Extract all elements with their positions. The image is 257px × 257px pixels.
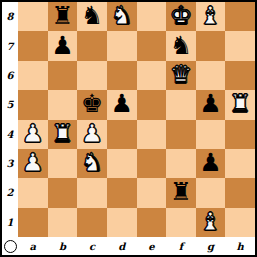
square-d3[interactable]	[107, 149, 137, 178]
rank-label-5: 5	[2, 90, 18, 119]
square-g2[interactable]	[196, 178, 226, 207]
white-knight-c3: ♞	[81, 150, 103, 175]
square-f4[interactable]	[166, 120, 196, 149]
square-e3[interactable]	[137, 149, 167, 178]
square-g4[interactable]	[196, 120, 226, 149]
file-label-e: e	[137, 237, 167, 255]
rank-label-8: 8	[2, 2, 18, 31]
black-pawn-g5: ♟	[199, 91, 221, 116]
file-label-h: h	[225, 237, 255, 255]
square-c1[interactable]	[77, 208, 107, 237]
square-c4[interactable]: ♟	[77, 120, 107, 149]
square-h4[interactable]	[225, 120, 255, 149]
square-c5[interactable]: ♚	[77, 90, 107, 119]
square-a6[interactable]	[18, 61, 48, 90]
square-h8[interactable]	[225, 2, 255, 31]
white-knight-d8: ♞	[110, 3, 132, 28]
square-f6[interactable]: ♛	[166, 61, 196, 90]
white-pawn-c4: ♟	[81, 121, 103, 146]
rank-label-1: 1	[2, 208, 18, 237]
square-a7[interactable]	[18, 31, 48, 60]
square-e2[interactable]	[137, 178, 167, 207]
square-a8[interactable]	[18, 2, 48, 31]
square-a3[interactable]: ♟	[18, 149, 48, 178]
square-c7[interactable]	[77, 31, 107, 60]
white-to-move-indicator-icon	[4, 240, 17, 253]
square-g1[interactable]: ♝	[196, 208, 226, 237]
black-rook-b8: ♜	[51, 3, 73, 28]
square-g8[interactable]: ♝	[196, 2, 226, 31]
square-c8[interactable]: ♞	[77, 2, 107, 31]
black-pawn-g3: ♟	[199, 150, 221, 175]
black-king-c5: ♚	[81, 91, 103, 116]
square-g7[interactable]	[196, 31, 226, 60]
file-label-b: b	[48, 237, 78, 255]
square-e1[interactable]	[137, 208, 167, 237]
square-d1[interactable]	[107, 208, 137, 237]
black-knight-c8: ♞	[81, 3, 103, 28]
square-h2[interactable]	[225, 178, 255, 207]
square-g6[interactable]	[196, 61, 226, 90]
white-rook-b4: ♜	[51, 121, 73, 146]
square-a4[interactable]: ♟	[18, 120, 48, 149]
square-f5[interactable]	[166, 90, 196, 119]
white-bishop-g8: ♝	[199, 3, 221, 28]
rank-label-3: 3	[2, 149, 18, 178]
square-b4[interactable]: ♜	[48, 120, 78, 149]
black-rook-f2: ♜	[170, 179, 192, 204]
square-b5[interactable]	[48, 90, 78, 119]
rank-labels: 87654321	[2, 2, 18, 237]
square-c6[interactable]	[77, 61, 107, 90]
black-pawn-d5: ♟	[110, 91, 132, 116]
square-h5[interactable]: ♜	[225, 90, 255, 119]
white-queen-f6: ♛	[170, 62, 192, 87]
square-h3[interactable]	[225, 149, 255, 178]
square-f3[interactable]	[166, 149, 196, 178]
white-bishop-g1: ♝	[199, 209, 221, 234]
file-label-g: g	[196, 237, 226, 255]
square-f2[interactable]: ♜	[166, 178, 196, 207]
square-b7[interactable]: ♟	[48, 31, 78, 60]
file-label-f: f	[166, 237, 196, 255]
square-d2[interactable]	[107, 178, 137, 207]
black-knight-f7: ♞	[170, 33, 192, 58]
square-d6[interactable]	[107, 61, 137, 90]
square-a1[interactable]	[18, 208, 48, 237]
square-a2[interactable]	[18, 178, 48, 207]
white-pawn-a4: ♟	[22, 121, 44, 146]
square-g3[interactable]: ♟	[196, 149, 226, 178]
black-pawn-b7: ♟	[51, 33, 73, 58]
chess-board: ♜♞♞♚♝♟♞♛♚♟♟♜♟♜♟♟♞♟♜♝	[18, 2, 255, 237]
square-h1[interactable]	[225, 208, 255, 237]
rank-label-6: 6	[2, 61, 18, 90]
file-labels: abcdefgh	[18, 237, 255, 255]
square-b1[interactable]	[48, 208, 78, 237]
rank-label-7: 7	[2, 31, 18, 60]
file-label-a: a	[18, 237, 48, 255]
square-f1[interactable]	[166, 208, 196, 237]
square-h6[interactable]	[225, 61, 255, 90]
square-e5[interactable]	[137, 90, 167, 119]
square-b8[interactable]: ♜	[48, 2, 78, 31]
square-e4[interactable]	[137, 120, 167, 149]
rank-label-4: 4	[2, 120, 18, 149]
square-g5[interactable]: ♟	[196, 90, 226, 119]
square-b2[interactable]	[48, 178, 78, 207]
square-d5[interactable]: ♟	[107, 90, 137, 119]
square-b3[interactable]	[48, 149, 78, 178]
file-label-d: d	[107, 237, 137, 255]
white-king-f8: ♚	[170, 3, 192, 28]
square-c3[interactable]: ♞	[77, 149, 107, 178]
square-e8[interactable]	[137, 2, 167, 31]
chess-diagram: 87654321 ♜♞♞♚♝♟♞♛♚♟♟♜♟♜♟♟♞♟♜♝ abcdefgh	[0, 0, 257, 257]
white-rook-h5: ♜	[229, 91, 251, 116]
square-d7[interactable]	[107, 31, 137, 60]
square-a5[interactable]	[18, 90, 48, 119]
square-f7[interactable]: ♞	[166, 31, 196, 60]
square-c2[interactable]	[77, 178, 107, 207]
square-e7[interactable]	[137, 31, 167, 60]
square-b6[interactable]	[48, 61, 78, 90]
white-pawn-a3: ♟	[22, 150, 44, 175]
square-d4[interactable]	[107, 120, 137, 149]
side-to-move-corner	[2, 237, 18, 255]
square-f8[interactable]: ♚	[166, 2, 196, 31]
square-h7[interactable]	[225, 31, 255, 60]
square-d8[interactable]: ♞	[107, 2, 137, 31]
file-label-c: c	[77, 237, 107, 255]
square-e6[interactable]	[137, 61, 167, 90]
rank-label-2: 2	[2, 178, 18, 207]
